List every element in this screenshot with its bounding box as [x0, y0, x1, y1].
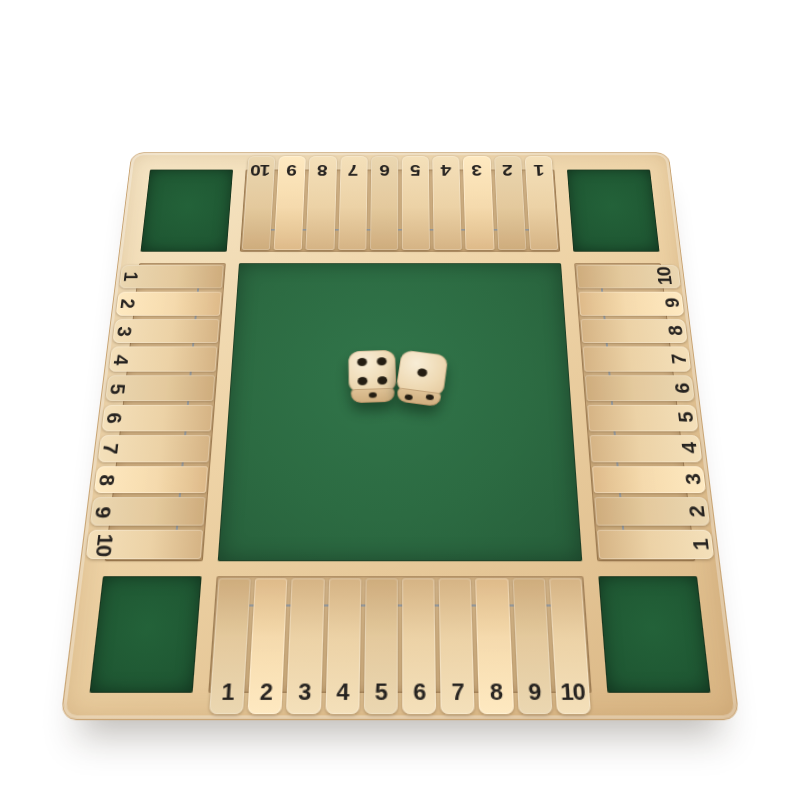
- tile-number: 7: [668, 354, 690, 364]
- tile-south-4[interactable]: 4: [325, 578, 361, 714]
- tile-south-6[interactable]: 6: [402, 578, 436, 714]
- tile-east-5[interactable]: 5: [587, 405, 698, 431]
- tile-column-east: 10 9 8 7 6 5 4 3 2 1: [574, 263, 695, 561]
- tile-number: 9: [287, 163, 297, 179]
- tile-east-10[interactable]: 10: [576, 265, 681, 288]
- die-pip: [357, 358, 367, 366]
- tile-column-west: 1 2 3 4 5 6 7 8 9 10: [105, 263, 226, 561]
- tile-number: 4: [111, 354, 133, 364]
- tile-number: 3: [298, 679, 311, 704]
- tile-number: 3: [114, 326, 135, 335]
- die-pip: [377, 377, 387, 386]
- tile-south-2[interactable]: 2: [248, 578, 288, 714]
- tile-south-7[interactable]: 7: [439, 578, 475, 714]
- die-1-front-face-1: [350, 388, 394, 403]
- tile-number: 6: [413, 679, 425, 704]
- tile-south-3[interactable]: 3: [286, 578, 324, 714]
- die-pip: [416, 368, 427, 377]
- tile-number: 8: [96, 474, 119, 485]
- tile-east-8[interactable]: 8: [580, 319, 687, 343]
- die-pip: [357, 377, 367, 386]
- felt-corner-top-right: [567, 170, 660, 252]
- tile-number: 1: [689, 539, 713, 550]
- tile-south-5[interactable]: 5: [364, 578, 398, 714]
- tile-north-3[interactable]: 3: [463, 156, 494, 250]
- tile-row-south: 1 2 3 4 5 6 7 8 9 10: [208, 576, 591, 693]
- tile-number: 3: [472, 163, 482, 179]
- tile-number: 10: [560, 679, 586, 704]
- tile-west-1[interactable]: 1: [119, 265, 224, 288]
- tile-east-9[interactable]: 9: [578, 292, 684, 316]
- hinge-rod-south: [226, 604, 575, 606]
- tile-number: 6: [380, 163, 390, 179]
- tile-west-10[interactable]: 10: [86, 530, 203, 559]
- tile-west-4[interactable]: 4: [109, 347, 218, 372]
- tile-number: 10: [93, 533, 118, 555]
- tile-north-1[interactable]: 1: [525, 156, 559, 250]
- felt-corner-bottom-left: [89, 576, 201, 693]
- tile-number: 7: [100, 443, 123, 453]
- tile-number: 6: [103, 413, 125, 423]
- tile-number: 4: [678, 443, 701, 453]
- board-perspective-wrapper: 10 9 8 7 6 5 4 3 2 1 1 2 3 4: [60, 152, 739, 720]
- tile-east-2[interactable]: 2: [594, 497, 710, 525]
- shut-the-box-board: 10 9 8 7 6 5 4 3 2 1 1 2 3 4: [60, 152, 739, 720]
- tile-north-2[interactable]: 2: [494, 156, 526, 250]
- tile-west-3[interactable]: 3: [112, 319, 219, 343]
- tile-number: 2: [685, 506, 708, 517]
- tile-number: 4: [441, 163, 451, 179]
- tile-north-10[interactable]: 10: [242, 156, 276, 250]
- tile-west-2[interactable]: 2: [116, 292, 222, 316]
- tile-number: 2: [118, 299, 139, 308]
- board-inner-grid: 10 9 8 7 6 5 4 3 2 1 1 2 3 4: [89, 170, 710, 693]
- die-pip: [425, 394, 434, 401]
- tile-north-9[interactable]: 9: [274, 156, 306, 250]
- tile-west-9[interactable]: 9: [90, 497, 206, 525]
- tile-number: 5: [411, 163, 421, 179]
- tile-number: 10: [653, 268, 675, 286]
- tile-west-5[interactable]: 5: [105, 375, 215, 401]
- tile-number: 1: [121, 272, 142, 281]
- tile-south-10[interactable]: 10: [549, 578, 591, 714]
- die-2[interactable]: [394, 350, 448, 408]
- tile-number: 5: [674, 413, 696, 423]
- tile-number: 9: [528, 679, 541, 704]
- tile-number: 6: [671, 383, 693, 393]
- tile-west-6[interactable]: 6: [102, 405, 213, 431]
- tile-row-north: 10 9 8 7 6 5 4 3 2 1: [240, 170, 560, 252]
- tile-north-7[interactable]: 7: [338, 156, 368, 250]
- tile-number: 2: [503, 163, 513, 179]
- tile-north-8[interactable]: 8: [306, 156, 337, 250]
- die-1-top-face-4: [348, 350, 396, 393]
- tile-north-4[interactable]: 4: [432, 156, 462, 250]
- tile-number: 10: [251, 163, 271, 179]
- center-felt: [218, 263, 583, 561]
- tile-number: 1: [534, 163, 545, 179]
- tile-south-9[interactable]: 9: [512, 578, 552, 714]
- tile-number: 8: [318, 163, 328, 179]
- tile-number: 3: [681, 474, 704, 485]
- tile-south-1[interactable]: 1: [209, 578, 251, 714]
- tile-number: 1: [221, 679, 235, 704]
- tile-east-7[interactable]: 7: [583, 347, 692, 372]
- die-1[interactable]: [348, 350, 397, 404]
- tile-south-8[interactable]: 8: [476, 578, 514, 714]
- dice-pair: [348, 351, 446, 403]
- tile-number: 8: [664, 326, 685, 335]
- die-pip: [404, 394, 413, 401]
- tile-east-6[interactable]: 6: [585, 375, 695, 401]
- felt-corner-bottom-right: [598, 576, 710, 693]
- tile-east-1[interactable]: 1: [597, 530, 714, 559]
- tile-north-6[interactable]: 6: [370, 156, 398, 250]
- tile-number: 5: [107, 383, 129, 393]
- tile-number: 4: [336, 679, 348, 704]
- die-pip: [368, 393, 376, 399]
- tile-east-3[interactable]: 3: [592, 466, 706, 494]
- tile-number: 7: [349, 163, 359, 179]
- tile-number: 5: [375, 679, 387, 704]
- tile-number: 7: [451, 679, 463, 704]
- tile-number: 8: [489, 679, 502, 704]
- tile-west-8[interactable]: 8: [94, 466, 208, 494]
- tile-north-5[interactable]: 5: [402, 156, 430, 250]
- felt-corner-top-left: [140, 170, 233, 252]
- tile-west-7[interactable]: 7: [98, 435, 211, 462]
- tile-number: 9: [661, 299, 682, 308]
- tile-east-4[interactable]: 4: [589, 435, 702, 462]
- die-pip: [376, 358, 386, 366]
- tile-number: 9: [92, 506, 115, 517]
- tile-number: 2: [259, 679, 272, 704]
- product-photo-background: 10 9 8 7 6 5 4 3 2 1 1 2 3 4: [0, 0, 800, 800]
